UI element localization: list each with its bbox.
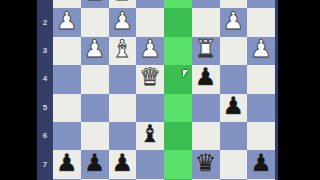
square-f4[interactable]	[109, 65, 137, 93]
square-c8[interactable]	[192, 179, 220, 180]
square-e6[interactable]: ♝	[136, 122, 164, 150]
square-c2[interactable]	[192, 8, 220, 36]
rank-label-7: 7	[37, 160, 53, 170]
rank-label-4: 4	[37, 74, 53, 84]
square-d3[interactable]	[164, 37, 192, 65]
piece-black-pawn-b5[interactable]: ♟	[223, 94, 245, 118]
square-b4[interactable]	[220, 65, 248, 93]
piece-white-pawn-b2[interactable]: ♟	[223, 9, 245, 33]
square-f7[interactable]: ♟	[109, 150, 137, 178]
square-a2[interactable]	[247, 8, 275, 36]
square-g6[interactable]	[81, 122, 109, 150]
piece-white-rook-g1[interactable]: ♜	[84, 0, 106, 4]
piece-white-queen-e4[interactable]: ♛	[139, 65, 161, 89]
piece-black-pawn-h7[interactable]: ♟	[56, 151, 78, 175]
rank-label-6: 6	[37, 131, 53, 141]
square-d5[interactable]	[164, 94, 192, 122]
square-a1[interactable]	[247, 0, 275, 8]
piece-white-rook-c3[interactable]: ♜	[195, 37, 217, 61]
square-h2[interactable]: ♟	[53, 8, 81, 36]
square-d2[interactable]	[164, 8, 192, 36]
square-f3[interactable]: ♝	[109, 37, 137, 65]
rank-label-2: 2	[37, 18, 53, 28]
square-a7[interactable]: ♟	[247, 150, 275, 178]
square-b7[interactable]	[220, 150, 248, 178]
square-e7[interactable]	[136, 150, 164, 178]
piece-white-pawn-g3[interactable]: ♟	[84, 37, 106, 61]
square-b3[interactable]	[220, 37, 248, 65]
piece-white-pawn-e3[interactable]: ♟	[139, 37, 161, 61]
square-c1[interactable]	[192, 0, 220, 8]
square-a6[interactable]	[247, 122, 275, 150]
square-h4[interactable]	[53, 65, 81, 93]
square-b2[interactable]: ♟	[220, 8, 248, 36]
square-h8[interactable]	[53, 179, 81, 180]
square-f2[interactable]: ♟	[109, 8, 137, 36]
piece-white-bishop-f3[interactable]: ♝	[112, 37, 134, 61]
square-c6[interactable]	[192, 122, 220, 150]
square-c7[interactable]: ♛	[192, 150, 220, 178]
square-f6[interactable]	[109, 122, 137, 150]
square-e8[interactable]	[136, 179, 164, 180]
square-h6[interactable]	[53, 122, 81, 150]
piece-black-rook-b8[interactable]: ♜	[223, 179, 245, 180]
square-b5[interactable]: ♟	[220, 94, 248, 122]
square-d6[interactable]	[164, 122, 192, 150]
square-g4[interactable]	[81, 65, 109, 93]
square-f5[interactable]	[109, 94, 137, 122]
square-a5[interactable]	[247, 94, 275, 122]
square-c3[interactable]: ♜	[192, 37, 220, 65]
mouse-cursor	[183, 70, 188, 77]
square-d8[interactable]	[164, 179, 192, 180]
square-h7[interactable]: ♟	[53, 150, 81, 178]
piece-black-pawn-g7[interactable]: ♟	[84, 151, 106, 175]
square-e3[interactable]: ♟	[136, 37, 164, 65]
square-a8[interactable]	[247, 179, 275, 180]
square-d1[interactable]	[164, 0, 192, 8]
square-g1[interactable]: ♜	[81, 0, 109, 8]
piece-black-bishop-e6[interactable]: ♝	[139, 122, 161, 146]
piece-white-pawn-a3[interactable]: ♟	[250, 37, 272, 61]
square-e4[interactable]: ♛	[136, 65, 164, 93]
square-g5[interactable]	[81, 94, 109, 122]
rank-label-3: 3	[37, 46, 53, 56]
board-right-border	[275, 0, 278, 180]
piece-white-pawn-f2[interactable]: ♟	[112, 9, 134, 33]
piece-white-pawn-h2[interactable]: ♟	[56, 9, 78, 33]
square-e1[interactable]	[136, 0, 164, 8]
square-g2[interactable]	[81, 8, 109, 36]
square-a4[interactable]	[247, 65, 275, 93]
piece-black-pawn-c4[interactable]: ♟	[195, 65, 217, 89]
square-g8[interactable]: ♚	[81, 179, 109, 180]
square-f8[interactable]: ♜	[109, 179, 137, 180]
square-e5[interactable]	[136, 94, 164, 122]
piece-black-king-g8[interactable]: ♚	[84, 179, 106, 180]
square-e2[interactable]	[136, 8, 164, 36]
rank-label-5: 5	[37, 103, 53, 113]
square-c5[interactable]	[192, 94, 220, 122]
square-d7[interactable]	[164, 150, 192, 178]
chess-board: ♜♚♟♟♟♟♝♟♜♟♛♟♟♝♟♟♟♛♟♚♜♜	[53, 0, 275, 180]
piece-black-queen-c7[interactable]: ♛	[195, 151, 217, 175]
chess-app-viewport: 234567 ♜♚♟♟♟♟♝♟♜♟♛♟♟♝♟♟♟♛♟♚♜♜	[0, 0, 320, 180]
square-g7[interactable]: ♟	[81, 150, 109, 178]
piece-black-pawn-a7[interactable]: ♟	[250, 151, 272, 175]
piece-white-king-f1[interactable]: ♚	[112, 0, 134, 4]
square-h5[interactable]	[53, 94, 81, 122]
square-g3[interactable]: ♟	[81, 37, 109, 65]
piece-black-pawn-f7[interactable]: ♟	[112, 151, 134, 175]
square-h3[interactable]	[53, 37, 81, 65]
square-c4[interactable]: ♟	[192, 65, 220, 93]
square-a3[interactable]: ♟	[247, 37, 275, 65]
square-b6[interactable]	[220, 122, 248, 150]
square-b8[interactable]: ♜	[220, 179, 248, 180]
rank-label-bar: 234567	[37, 0, 53, 180]
piece-black-rook-f8[interactable]: ♜	[112, 179, 134, 180]
